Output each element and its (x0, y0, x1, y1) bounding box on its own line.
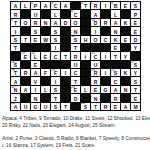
cell-letter: T (134, 87, 137, 93)
cell-letter: E (74, 87, 77, 93)
cell-r1c4[interactable]: A (41, 2, 50, 9)
cell-r5c3[interactable]: E (31, 36, 40, 43)
cell-r11c5[interactable]: S (51, 86, 60, 93)
cell-letter: C (74, 11, 78, 17)
cell-r5c13[interactable]: D (131, 36, 140, 43)
cell-letter: B (114, 3, 118, 9)
cell-letter: A (54, 20, 58, 26)
cell-letter: L (34, 53, 37, 59)
cell-r8c1[interactable]: 16S (11, 61, 20, 68)
block-r10c10 (101, 77, 110, 84)
cell-r5c1[interactable]: 11S (11, 36, 20, 43)
cell-r3c9[interactable]: 10D (91, 19, 100, 26)
cell-r2c5[interactable]: L (51, 10, 60, 17)
cell-letter: C (114, 79, 118, 85)
cell-r13c13[interactable]: M (131, 103, 140, 110)
cell-r2c3[interactable]: U (31, 10, 40, 17)
cell-r12c1[interactable]: Z (11, 94, 20, 101)
cell-letter: L (24, 3, 27, 9)
block-r7c13 (131, 52, 140, 59)
cell-letter: T (114, 53, 117, 59)
cell-r7c10[interactable]: I (101, 52, 110, 59)
block-r6c4 (41, 44, 50, 51)
cell-letter: S (54, 104, 57, 110)
cell-letter: I (105, 70, 106, 76)
cell-r3c4[interactable]: N (41, 19, 50, 26)
cell-r3c5[interactable]: A (51, 19, 60, 26)
cell-letter: U (94, 62, 98, 68)
cell-letter: T (84, 3, 87, 9)
cell-letter: S (84, 104, 87, 110)
cell-r11c3[interactable]: I (31, 86, 40, 93)
cell-r7c4[interactable]: E (41, 52, 50, 59)
cell-letter: D (94, 20, 98, 26)
cell-letter: Y (124, 53, 127, 59)
cell-r6c5[interactable]: I (51, 44, 60, 51)
block-r4c10 (101, 27, 110, 34)
cell-r11c13[interactable]: T (131, 86, 140, 93)
cell-letter: C (74, 70, 78, 76)
cell-letter: S (134, 79, 137, 85)
cell-letter: T (54, 95, 57, 101)
cell-r7c6[interactable]: T (61, 52, 70, 59)
block-r5c6 (61, 36, 70, 43)
cell-letter: A (124, 104, 128, 110)
cell-letter: N (14, 87, 18, 93)
cell-letter: Z (14, 95, 17, 101)
cell-r1c13[interactable]: 7S (131, 2, 140, 9)
cell-r10c3[interactable]: V (31, 77, 40, 84)
cell-r9c2[interactable]: R (21, 69, 30, 76)
cell-r10c13[interactable]: S (131, 77, 140, 84)
cell-letter: D (134, 37, 138, 43)
cell-letter: T (24, 37, 27, 43)
cell-letter: D (74, 95, 78, 101)
cell-letter: K (114, 37, 118, 43)
cell-letter: S (54, 37, 57, 43)
cell-r5c11[interactable]: K (111, 36, 120, 43)
cell-r7c11[interactable]: T (111, 52, 120, 59)
cell-r9c10[interactable]: I (101, 69, 110, 76)
cell-letter: G (104, 87, 108, 93)
cell-letter: S (134, 62, 137, 68)
crossword-grid: 1AL2PA3CA4T5RI6BE7SRUL8CALP9TORNADO10DRA… (10, 1, 141, 111)
cell-letter: A (64, 3, 68, 9)
cell-r11c4[interactable]: L (41, 86, 50, 93)
cell-r2c7[interactable]: 8C (71, 10, 80, 17)
across-solutions-line-2: 20 Risky, 22 Nails, 23 Elegant, 24 Augus… (2, 123, 150, 128)
cell-letter: I (55, 79, 56, 85)
cell-r1c6[interactable]: A (61, 2, 70, 9)
cell-letter: I (95, 28, 96, 34)
cell-r3c1[interactable]: 9T (11, 19, 20, 26)
cell-letter: T (14, 45, 17, 51)
cell-letter: T (14, 20, 17, 26)
cell-r6c7[interactable]: T (71, 44, 80, 51)
block-r12c6 (61, 94, 70, 101)
cell-r4c9[interactable]: I (91, 27, 100, 34)
cell-r11c2[interactable]: A (21, 86, 30, 93)
cell-letter: C (54, 53, 58, 59)
cell-r3c2[interactable]: O (21, 19, 30, 26)
cell-r1c10[interactable]: I (101, 2, 110, 9)
cell-letter: E (134, 95, 137, 101)
cell-letter: K (124, 70, 128, 76)
cell-letter: I (105, 53, 106, 59)
cell-r6c11[interactable]: E (111, 44, 120, 51)
cell-r5c2[interactable]: T (21, 36, 30, 43)
block-r6c6 (61, 44, 70, 51)
cell-r4c13[interactable]: E (131, 27, 140, 34)
cell-r13c9[interactable]: T (91, 103, 100, 110)
cell-letter: R (94, 79, 98, 85)
cell-letter: L (44, 87, 47, 93)
cell-letter: S (34, 28, 37, 34)
cell-letter: A (14, 3, 18, 9)
cell-r5c5[interactable]: S (51, 36, 60, 43)
cell-r9c6[interactable]: I (61, 69, 70, 76)
cell-letter: N (124, 87, 128, 93)
cell-letter: I (105, 3, 106, 9)
block-r8c12 (121, 61, 130, 68)
cell-letter: E (114, 104, 117, 110)
clue-number-4: 4 (81, 2, 83, 5)
cell-letter: A (14, 104, 18, 110)
block-r8c5 (51, 61, 60, 68)
cell-r7c3[interactable]: 14L (31, 52, 40, 59)
cell-letter: Y (134, 45, 137, 51)
block-r4c2 (21, 27, 30, 34)
cell-r10c11[interactable]: C (111, 77, 120, 84)
cell-letter: R (104, 20, 108, 26)
block-r2c6 (61, 10, 70, 17)
cell-letter: K (124, 20, 128, 26)
cell-r7c8[interactable]: I (81, 52, 90, 59)
cell-letter: R (94, 3, 98, 9)
cell-r1c8[interactable]: 4T (81, 2, 90, 9)
cell-r5c12[interactable]: E (121, 36, 130, 43)
cell-r11c7[interactable]: 23E (71, 86, 80, 93)
block-r6c10 (101, 44, 110, 51)
cell-r9c3[interactable]: A (31, 69, 40, 76)
block-r3c8 (81, 19, 90, 26)
cell-r9c13[interactable]: Y (131, 69, 140, 76)
cell-letter: F (44, 70, 47, 76)
cell-letter: R (94, 70, 98, 76)
cell-letter: S (14, 62, 17, 68)
block-r10c12 (121, 77, 130, 84)
cell-r7c12[interactable]: Y (121, 52, 130, 59)
cell-r3c12[interactable]: K (121, 19, 130, 26)
cell-r12c13[interactable]: E (131, 94, 140, 101)
cell-letter: L (84, 87, 87, 93)
cell-r3c3[interactable]: R (31, 19, 40, 26)
cell-letter: A (24, 87, 28, 93)
cell-r2c11[interactable]: L (111, 10, 120, 17)
cell-r1c11[interactable]: 6B (111, 2, 120, 9)
cell-letter: S (54, 87, 57, 93)
cell-letter: E (114, 45, 117, 51)
cell-r4c1[interactable]: I (11, 27, 20, 34)
cell-r5c10[interactable]: C (101, 36, 110, 43)
block-r6c3 (31, 44, 40, 51)
cell-letter: Y (134, 70, 137, 76)
cell-letter: T (64, 104, 67, 110)
block-r2c12 (121, 10, 130, 17)
block-r10c8 (81, 77, 90, 84)
cell-letter: L (114, 11, 117, 17)
cell-r13c3[interactable]: G (31, 103, 40, 110)
cell-r4c5[interactable]: S (51, 27, 60, 34)
cell-letter: M (133, 104, 137, 110)
cell-letter: R (24, 70, 28, 76)
cell-r7c2[interactable]: 13E (21, 52, 30, 59)
cell-r13c1[interactable]: 24A (11, 103, 20, 110)
block-r7c1 (11, 52, 20, 59)
block-r10c6 (61, 77, 70, 84)
cell-letter: E (34, 62, 37, 68)
cell-letter: T (94, 104, 97, 110)
clue-number-2: 2 (31, 2, 33, 5)
cell-letter: I (85, 53, 86, 59)
block-r4c4 (41, 27, 50, 34)
cell-letter: U (24, 104, 28, 110)
block-r13c7 (71, 103, 80, 110)
block-r2c4 (41, 10, 50, 17)
cell-letter: I (65, 70, 66, 76)
cell-r11c8[interactable]: L (81, 86, 90, 93)
cell-r3c13[interactable]: E (131, 19, 140, 26)
cell-letter: F (54, 70, 57, 76)
cell-letter: C (104, 37, 108, 43)
cell-letter: R (34, 20, 38, 26)
cell-r10c9[interactable]: R (91, 77, 100, 84)
cell-r9c1[interactable]: 18T (11, 69, 20, 76)
cell-r4c7[interactable]: N (71, 27, 80, 34)
cell-letter: V (34, 79, 37, 85)
cell-letter: I (35, 87, 36, 93)
block-r8c2 (21, 61, 30, 68)
cell-r11c11[interactable]: A (111, 86, 120, 93)
cell-r9c5[interactable]: 19F (51, 69, 60, 76)
cell-letter: O (74, 20, 78, 26)
cell-letter: T (14, 70, 17, 76)
cell-letter: O (94, 37, 98, 43)
cell-letter: N (94, 95, 98, 101)
cell-r12c5[interactable]: T (51, 94, 60, 101)
cell-r12c3[interactable]: N (31, 94, 40, 101)
cell-letter: G (34, 104, 38, 110)
cell-letter: R (104, 104, 108, 110)
cell-r4c3[interactable]: S (31, 27, 40, 34)
block-r11c6 (61, 86, 70, 93)
cell-r1c9[interactable]: 5R (91, 2, 100, 9)
cell-letter: R (114, 95, 118, 101)
cell-letter: S (54, 28, 57, 34)
block-r8c10 (101, 61, 110, 68)
cell-letter: T (74, 45, 77, 51)
cell-letter: E (24, 53, 27, 59)
cell-r2c13[interactable]: P (131, 10, 140, 17)
down-solutions-line-1: Artist, 2 Purse, 3 Classic, 5 Radio, 6 B… (2, 136, 150, 141)
cell-r3c7[interactable]: O (71, 19, 80, 26)
cell-letter: A (14, 79, 18, 85)
cell-r13c8[interactable]: 25S (81, 103, 90, 110)
block-r8c8 (81, 61, 90, 68)
cell-letter: H (84, 37, 88, 43)
cell-letter: S (74, 37, 77, 43)
cell-r11c12[interactable]: N (121, 86, 130, 93)
cell-letter: N (34, 95, 38, 101)
cell-r5c7[interactable]: 12S (71, 36, 80, 43)
cell-r7c7[interactable]: R (71, 52, 80, 59)
cell-letter: D (64, 20, 68, 26)
cell-r13c12[interactable]: A (121, 103, 130, 110)
cell-r13c5[interactable]: S (51, 103, 60, 110)
block-r2c8 (81, 10, 90, 17)
cell-letter: E (134, 28, 137, 34)
cell-r9c7[interactable]: C (71, 69, 80, 76)
cell-r11c1[interactable]: 22N (11, 86, 20, 93)
cell-letter: P (34, 3, 37, 9)
block-r4c6 (61, 27, 70, 34)
cell-r1c3[interactable]: 2P (31, 2, 40, 9)
cell-r3c10[interactable]: R (101, 19, 110, 26)
cell-r10c1[interactable]: A (11, 77, 20, 84)
block-r12c12 (121, 94, 130, 101)
block-r6c12 (121, 44, 130, 51)
cell-r8c3[interactable]: E (31, 61, 40, 68)
cell-letter: C (94, 53, 98, 59)
block-r9c8 (81, 69, 90, 76)
cell-r11c9[interactable]: E (91, 86, 100, 93)
cell-r3c6[interactable]: D (61, 19, 70, 26)
clue-number-9: 9 (11, 19, 13, 22)
cell-letter: W (43, 37, 48, 43)
cell-letter: E (124, 3, 127, 9)
cell-letter: E (134, 20, 137, 26)
cell-letter: A (114, 87, 118, 93)
cell-letter: R (74, 53, 78, 59)
across-solutions-line-1: Alpaca, 4 Tribes, 9 Tornado, 10 Drake, 1… (2, 116, 150, 121)
cell-letter: E (34, 37, 37, 43)
cell-letter: A (44, 3, 48, 9)
cell-letter: S (114, 70, 117, 76)
cell-r13c11[interactable]: E (111, 103, 120, 110)
crossword-solution-page: 1AL2PA3CA4T5RI6BE7SRUL8CALP9TORNADO10DRA… (0, 0, 150, 150)
cell-r7c5[interactable]: C (51, 52, 60, 59)
down-solutions-line-2: t, 16 Stanza, 17 System, 19 Fists, 21 Sc… (2, 143, 150, 148)
block-r2c10 (101, 10, 110, 17)
cell-r8c13[interactable]: 17S (131, 61, 140, 68)
cell-letter: N (44, 20, 48, 26)
cell-r8c9[interactable]: U (91, 61, 100, 68)
cell-r1c2[interactable]: L (21, 2, 30, 9)
cell-r2c1[interactable]: R (11, 10, 20, 17)
block-r1c7 (71, 2, 80, 9)
cell-r5c9[interactable]: O (91, 36, 100, 43)
block-r4c8 (81, 27, 90, 34)
cell-r13c2[interactable]: U (21, 103, 30, 110)
cell-r8c7[interactable]: U (71, 61, 80, 68)
cell-r3c11[interactable]: A (111, 19, 120, 26)
cell-letter: U (44, 104, 48, 110)
cell-r13c10[interactable]: R (101, 103, 110, 110)
cell-r10c5[interactable]: I (51, 77, 60, 84)
cell-r2c9[interactable]: A (91, 10, 100, 17)
cell-r1c12[interactable]: E (121, 2, 130, 9)
cell-r1c1[interactable]: 1A (11, 2, 20, 9)
cell-r9c12[interactable]: K (121, 69, 130, 76)
cell-letter: P (134, 11, 137, 17)
cell-letter: I (15, 28, 16, 34)
cell-r7c9[interactable]: 15C (91, 52, 100, 59)
block-r12c2 (21, 94, 30, 101)
cell-letter: L (54, 11, 57, 17)
cell-letter: E (44, 53, 47, 59)
clue-number-7: 7 (131, 2, 133, 5)
cell-r11c10[interactable]: G (101, 86, 110, 93)
cell-letter: E (124, 37, 127, 43)
cell-letter: T (64, 53, 67, 59)
cell-r1c5[interactable]: 3C (51, 2, 60, 9)
cell-r5c4[interactable]: W (41, 36, 50, 43)
cell-r9c9[interactable]: 20R (91, 69, 100, 76)
cell-r13c6[interactable]: T (61, 103, 70, 110)
block-r12c4 (41, 94, 50, 101)
cell-r12c9[interactable]: N (91, 94, 100, 101)
cell-letter: N (74, 28, 78, 34)
cell-letter: S (134, 3, 137, 9)
block-r10c4 (41, 77, 50, 84)
cell-r6c13[interactable]: Y (131, 44, 140, 51)
block-r6c8 (81, 44, 90, 51)
cell-letter: N (114, 28, 118, 34)
block-r6c2 (21, 44, 30, 51)
cell-letter: I (55, 45, 56, 51)
block-r2c2 (21, 10, 30, 17)
cell-letter: O (24, 20, 28, 26)
cell-letter: U (34, 11, 38, 17)
cell-letter: C (54, 3, 58, 9)
cell-letter: A (34, 70, 38, 76)
block-r8c11 (111, 61, 120, 68)
block-r8c4 (41, 61, 50, 68)
cell-r9c4[interactable]: F (41, 69, 50, 76)
cell-letter: E (94, 87, 97, 93)
cell-letter: R (14, 11, 18, 17)
block-r12c10 (101, 94, 110, 101)
block-r10c2 (21, 77, 30, 84)
cell-letter: A (114, 20, 118, 26)
block-r8c6 (61, 61, 70, 68)
block-r6c9 (91, 44, 100, 51)
cell-r12c11[interactable]: R (111, 94, 120, 101)
cell-r12c7[interactable]: D (71, 94, 80, 101)
cell-r5c8[interactable]: H (81, 36, 90, 43)
cell-letter: T (74, 79, 77, 85)
cell-letter: S (14, 37, 17, 43)
block-r4c12 (121, 27, 130, 34)
block-r12c8 (81, 94, 90, 101)
cell-letter: U (74, 62, 78, 68)
cell-r10c7[interactable]: T (71, 77, 80, 84)
cell-r9c11[interactable]: 21S (111, 69, 120, 76)
cell-r6c1[interactable]: T (11, 44, 20, 51)
cell-r13c4[interactable]: U (41, 103, 50, 110)
cell-r4c11[interactable]: N (111, 27, 120, 34)
cell-letter: A (94, 11, 98, 17)
